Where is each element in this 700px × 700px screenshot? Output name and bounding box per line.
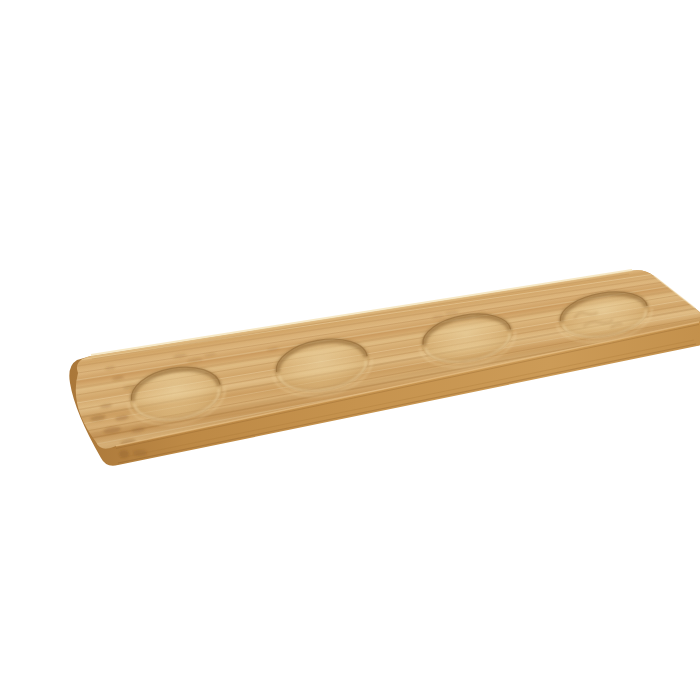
bamboo-pit-board-photo <box>40 16 700 700</box>
product-photo: Angled photo of a long rectangular bambo… <box>40 16 700 700</box>
